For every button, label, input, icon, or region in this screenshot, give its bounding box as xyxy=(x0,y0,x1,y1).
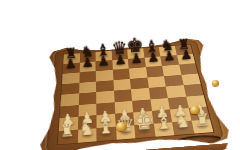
square-e4 xyxy=(131,88,150,101)
piece-shadow xyxy=(60,133,75,141)
piece-shadow xyxy=(80,119,94,126)
piece-shadow xyxy=(80,132,95,140)
board-grid: ♜♞♝♛♚♝♞♜♟♟♟♟♟♟♟♟♟♟♟♟♟♟♟♟♜♞♝♛♚♝♞♜ xyxy=(57,44,215,145)
brass-foot-right xyxy=(190,106,200,114)
square-d3 xyxy=(114,101,133,114)
square-a5 xyxy=(61,83,79,95)
square-g3 xyxy=(168,96,188,109)
square-a1: ♜ xyxy=(58,129,78,144)
product-photo-scene: ♜♞♝♛♚♝♞♜♟♟♟♟♟♟♟♟♟♟♟♟♟♟♟♟♜♞♝♛♚♝♞♜ xyxy=(0,0,240,150)
piece-shadow xyxy=(137,127,152,135)
square-h6 xyxy=(179,63,198,74)
piece-shadow xyxy=(145,50,158,56)
square-f4 xyxy=(148,87,167,100)
piece-shadow xyxy=(99,130,114,138)
piece-shadow xyxy=(175,124,191,132)
square-b3 xyxy=(78,103,96,116)
square-b4 xyxy=(78,92,96,105)
square-c4 xyxy=(96,91,114,104)
piece-shadow xyxy=(81,55,93,61)
piece-shadow xyxy=(194,123,210,131)
square-f2: ♟ xyxy=(152,110,173,124)
square-e3 xyxy=(132,99,152,112)
piece-shadow xyxy=(129,51,142,57)
chess-board: ♜♞♝♛♚♝♞♜♟♟♟♟♟♟♟♟♟♟♟♟♟♟♟♟♜♞♝♛♚♝♞♜ xyxy=(39,37,233,150)
square-d6 xyxy=(112,68,130,79)
square-f3 xyxy=(150,98,170,111)
square-d4 xyxy=(114,89,132,102)
brass-clasp xyxy=(212,80,219,86)
piece-shadow xyxy=(98,63,111,69)
piece-shadow xyxy=(156,126,172,134)
piece-shadow xyxy=(130,60,143,66)
square-a3 xyxy=(60,105,79,118)
piece-shadow xyxy=(177,47,190,53)
brass-foot-center xyxy=(116,122,127,131)
piece-shadow xyxy=(97,53,109,59)
piece-shadow xyxy=(161,48,174,54)
piece-shadow xyxy=(61,120,75,127)
square-c2: ♟ xyxy=(96,114,115,128)
square-f5 xyxy=(147,76,166,88)
piece-shadow xyxy=(81,64,94,70)
